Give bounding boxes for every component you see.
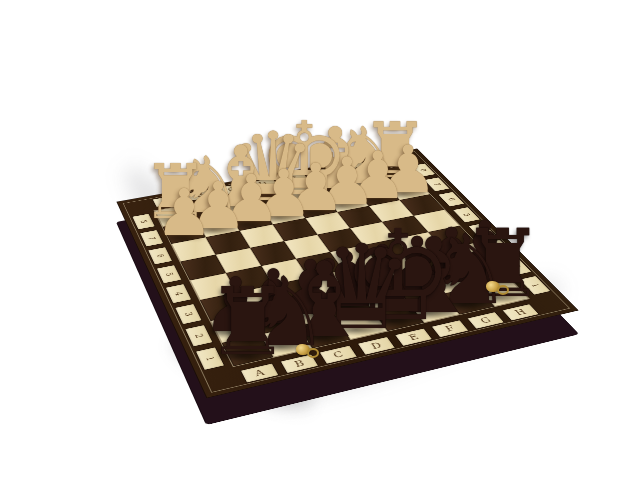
square-g3 (411, 249, 460, 274)
coordinate-plaque-G: G (467, 312, 503, 329)
square-e3 (343, 263, 392, 289)
square-e2 (357, 282, 407, 310)
brass-clasp-front-icon (296, 344, 320, 360)
coordinate-plaque-7: 7 (140, 230, 163, 246)
coordinate-plaque-1: 1 (196, 347, 224, 369)
coordinate-plaque-8: 8 (132, 214, 154, 230)
square-b3 (237, 285, 286, 313)
square-b4 (226, 266, 273, 293)
square-e1 (372, 302, 424, 331)
coordinate-plaque-H: H (369, 157, 397, 167)
coordinate-plaque-3: 3 (175, 304, 201, 324)
square-d2 (322, 289, 372, 317)
coordinate-plaque-B: B (185, 189, 214, 201)
coordinate-plaque-D: D (248, 178, 277, 189)
coordinate-plaque-C: C (320, 345, 357, 363)
coordinate-plaque-D: D (358, 337, 395, 355)
coordinate-plaque-E: E (395, 328, 431, 345)
coordinate-plaque-4: 4 (165, 284, 190, 303)
square-c4 (261, 259, 308, 285)
coordinate-plaque-6: 6 (438, 192, 464, 207)
square-a4 (190, 273, 237, 300)
clasp-hook (497, 285, 509, 295)
coordinate-plaque-H: H (502, 304, 538, 320)
coordinate-plaque-G: G (339, 162, 367, 173)
square-f2 (392, 275, 442, 302)
coordinate-plaque-F: F (309, 167, 338, 178)
coordinate-plaque-F: F (432, 320, 468, 337)
coordinate-plaque-3: 3 (484, 240, 512, 257)
coordinate-plaque-4: 4 (468, 223, 495, 239)
square-f1 (408, 294, 460, 323)
square-c2 (285, 297, 335, 326)
brass-clasp-right-icon (486, 281, 510, 297)
square-d3 (308, 270, 357, 297)
coordinate-plaque-C: C (217, 184, 246, 195)
chess-board: ABCDEFGH ABCDEFGH 87654321 87654321 (117, 149, 577, 398)
square-f3 (377, 256, 426, 282)
coordinate-plaque-5: 5 (453, 207, 480, 222)
coordinate-plaque-2: 2 (185, 325, 212, 346)
square-b2 (248, 305, 298, 335)
square-a5 (180, 255, 226, 281)
coordinate-plaque-1: 1 (519, 276, 549, 295)
coordinate-plaque-2: 2 (501, 258, 530, 276)
clasp-hook (307, 348, 319, 358)
square-a2 (211, 313, 261, 343)
coordinate-plaque-E: E (279, 173, 308, 184)
coordinate-plaque-5: 5 (156, 265, 180, 283)
square-c3 (273, 277, 322, 304)
coordinate-plaque-A: A (153, 195, 182, 207)
coordinate-plaque-8: 8 (411, 164, 435, 177)
board-perspective-wrap: ABCDEFGH ABCDEFGH 87654321 87654321 (0, 0, 640, 480)
coordinate-plaque-7: 7 (424, 177, 449, 191)
square-g2 (426, 267, 476, 294)
coordinate-plaque-6: 6 (148, 247, 172, 264)
square-a1 (222, 334, 274, 366)
square-d1 (336, 310, 388, 340)
chess-set-photo: ABCDEFGH ABCDEFGH 87654321 87654321 ♜♞♝♟… (0, 0, 640, 480)
coordinate-plaque-A: A (241, 363, 278, 382)
square-d4 (296, 252, 343, 277)
square-a3 (200, 292, 248, 321)
